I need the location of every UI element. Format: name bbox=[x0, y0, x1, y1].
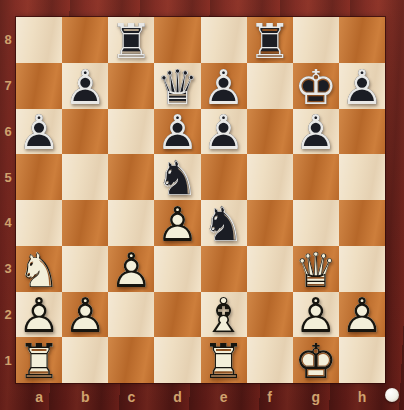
square-f4[interactable] bbox=[247, 200, 293, 246]
pawn-glyph-outline: ♙ bbox=[293, 110, 339, 156]
square-b3[interactable] bbox=[62, 246, 108, 292]
file-label-g: g bbox=[293, 383, 339, 410]
square-b2[interactable]: ♟♙ bbox=[62, 292, 108, 338]
square-h8[interactable] bbox=[339, 17, 385, 63]
knight-glyph-outline: ♘ bbox=[16, 247, 62, 293]
piece-white-rook-e1[interactable]: ♜♖ bbox=[201, 337, 247, 383]
square-g7[interactable]: ♚♔ bbox=[293, 63, 339, 109]
pawn-glyph-outline: ♙ bbox=[16, 293, 62, 339]
file-label-a: a bbox=[16, 383, 62, 410]
chess-board: ♜♖♜♖♟♙♛♕♟♙♚♔♟♙♟♙♟♙♟♙♟♙♞♘♟♙♞♘♞♘♟♙♛♕♟♙♟♙♝♗… bbox=[16, 17, 385, 383]
rank-label-5: 5 bbox=[0, 154, 16, 200]
piece-white-rook-a1[interactable]: ♜♖ bbox=[16, 337, 62, 383]
square-e2[interactable]: ♝♗ bbox=[201, 292, 247, 338]
piece-black-queen-d7[interactable]: ♛♕ bbox=[154, 63, 200, 109]
piece-black-pawn-g6[interactable]: ♟♙ bbox=[293, 109, 339, 155]
piece-black-rook-f8[interactable]: ♜♖ bbox=[247, 17, 293, 63]
white-to-move-indicator bbox=[385, 388, 399, 402]
rank-label-2: 2 bbox=[0, 292, 16, 338]
rank-label-4: 4 bbox=[0, 200, 16, 246]
queen-glyph-outline: ♕ bbox=[154, 64, 200, 110]
square-a4[interactable] bbox=[16, 200, 62, 246]
file-label-h: h bbox=[339, 383, 385, 410]
piece-black-knight-d5[interactable]: ♞♘ bbox=[154, 154, 200, 200]
square-d7[interactable]: ♛♕ bbox=[154, 63, 200, 109]
square-f1[interactable] bbox=[247, 337, 293, 383]
square-a2[interactable]: ♟♙ bbox=[16, 292, 62, 338]
rook-glyph-outline: ♖ bbox=[247, 18, 293, 64]
file-label-f: f bbox=[247, 383, 293, 410]
file-labels: a b c d e f g h bbox=[16, 383, 385, 410]
square-h7[interactable]: ♟♙ bbox=[339, 63, 385, 109]
queen-glyph-outline: ♕ bbox=[293, 247, 339, 293]
piece-white-pawn-g2[interactable]: ♟♙ bbox=[293, 292, 339, 338]
pawn-glyph-outline: ♙ bbox=[62, 293, 108, 339]
piece-white-pawn-b2[interactable]: ♟♙ bbox=[62, 292, 108, 338]
square-f5[interactable] bbox=[247, 154, 293, 200]
square-b5[interactable] bbox=[62, 154, 108, 200]
square-d3[interactable] bbox=[154, 246, 200, 292]
square-g5[interactable] bbox=[293, 154, 339, 200]
rank-label-7: 7 bbox=[0, 63, 16, 109]
rook-glyph-outline: ♖ bbox=[201, 338, 247, 384]
piece-black-pawn-e6[interactable]: ♟♙ bbox=[201, 109, 247, 155]
square-d8[interactable] bbox=[154, 17, 200, 63]
square-e6[interactable]: ♟♙ bbox=[201, 109, 247, 155]
rank-label-6: 6 bbox=[0, 109, 16, 155]
king-glyph-outline: ♔ bbox=[293, 64, 339, 110]
square-h3[interactable] bbox=[339, 246, 385, 292]
file-label-b: b bbox=[62, 383, 108, 410]
piece-white-queen-g3[interactable]: ♛♕ bbox=[293, 246, 339, 292]
piece-white-king-g1[interactable]: ♚♔ bbox=[293, 337, 339, 383]
rook-glyph-outline: ♖ bbox=[108, 18, 154, 64]
file-label-e: e bbox=[201, 383, 247, 410]
pawn-glyph-outline: ♙ bbox=[154, 110, 200, 156]
square-c3[interactable]: ♟♙ bbox=[108, 246, 154, 292]
pawn-glyph-outline: ♙ bbox=[201, 64, 247, 110]
square-c2[interactable] bbox=[108, 292, 154, 338]
square-e3[interactable] bbox=[201, 246, 247, 292]
square-f8[interactable]: ♜♖ bbox=[247, 17, 293, 63]
square-b1[interactable] bbox=[62, 337, 108, 383]
square-a1[interactable]: ♜♖ bbox=[16, 337, 62, 383]
piece-black-knight-e4[interactable]: ♞♘ bbox=[201, 200, 247, 246]
square-c6[interactable] bbox=[108, 109, 154, 155]
piece-white-bishop-e2[interactable]: ♝♗ bbox=[201, 292, 247, 338]
square-c5[interactable] bbox=[108, 154, 154, 200]
file-label-d: d bbox=[154, 383, 200, 410]
square-g4[interactable] bbox=[293, 200, 339, 246]
square-a7[interactable] bbox=[16, 63, 62, 109]
pawn-glyph-outline: ♙ bbox=[108, 247, 154, 293]
square-f7[interactable] bbox=[247, 63, 293, 109]
piece-white-pawn-d4[interactable]: ♟♙ bbox=[154, 200, 200, 246]
square-h1[interactable] bbox=[339, 337, 385, 383]
square-a5[interactable] bbox=[16, 154, 62, 200]
pawn-glyph-outline: ♙ bbox=[293, 293, 339, 339]
square-f2[interactable] bbox=[247, 292, 293, 338]
square-h4[interactable] bbox=[339, 200, 385, 246]
square-d6[interactable]: ♟♙ bbox=[154, 109, 200, 155]
king-glyph-outline: ♔ bbox=[293, 338, 339, 384]
pawn-glyph-outline: ♙ bbox=[154, 201, 200, 247]
pawn-glyph-outline: ♙ bbox=[62, 64, 108, 110]
piece-white-pawn-a2[interactable]: ♟♙ bbox=[16, 292, 62, 338]
rank-label-8: 8 bbox=[0, 17, 16, 63]
square-e4[interactable]: ♞♘ bbox=[201, 200, 247, 246]
square-e7[interactable]: ♟♙ bbox=[201, 63, 247, 109]
square-b8[interactable] bbox=[62, 17, 108, 63]
bishop-glyph-outline: ♗ bbox=[201, 293, 247, 339]
piece-white-pawn-h2[interactable]: ♟♙ bbox=[339, 292, 385, 338]
square-g2[interactable]: ♟♙ bbox=[293, 292, 339, 338]
square-b7[interactable]: ♟♙ bbox=[62, 63, 108, 109]
piece-black-pawn-h7[interactable]: ♟♙ bbox=[339, 63, 385, 109]
knight-glyph-outline: ♘ bbox=[201, 201, 247, 247]
piece-white-knight-a3[interactable]: ♞♘ bbox=[16, 246, 62, 292]
rook-glyph-outline: ♖ bbox=[16, 338, 62, 384]
square-c4[interactable] bbox=[108, 200, 154, 246]
piece-black-pawn-e7[interactable]: ♟♙ bbox=[201, 63, 247, 109]
square-h5[interactable] bbox=[339, 154, 385, 200]
square-g3[interactable]: ♛♕ bbox=[293, 246, 339, 292]
board-frame: 8 7 6 5 4 3 2 1 ♜♖♜♖♟♙♛♕♟♙♚♔♟♙♟♙♟♙♟♙♟♙♞♘… bbox=[0, 0, 404, 410]
square-d4[interactable]: ♟♙ bbox=[154, 200, 200, 246]
knight-glyph-outline: ♘ bbox=[154, 155, 200, 201]
rank-labels: 8 7 6 5 4 3 2 1 bbox=[0, 17, 16, 383]
square-a6[interactable]: ♟♙ bbox=[16, 109, 62, 155]
piece-black-rook-c8[interactable]: ♜♖ bbox=[108, 17, 154, 63]
square-b6[interactable] bbox=[62, 109, 108, 155]
square-h6[interactable] bbox=[339, 109, 385, 155]
square-a3[interactable]: ♞♘ bbox=[16, 246, 62, 292]
piece-black-king-g7[interactable]: ♚♔ bbox=[293, 63, 339, 109]
file-label-c: c bbox=[108, 383, 154, 410]
rank-label-1: 1 bbox=[0, 337, 16, 383]
piece-black-pawn-b7[interactable]: ♟♙ bbox=[62, 63, 108, 109]
square-e5[interactable] bbox=[201, 154, 247, 200]
square-g8[interactable] bbox=[293, 17, 339, 63]
square-c1[interactable] bbox=[108, 337, 154, 383]
square-b4[interactable] bbox=[62, 200, 108, 246]
square-g6[interactable]: ♟♙ bbox=[293, 109, 339, 155]
square-f6[interactable] bbox=[247, 109, 293, 155]
square-f3[interactable] bbox=[247, 246, 293, 292]
pawn-glyph-outline: ♙ bbox=[339, 64, 385, 110]
square-e8[interactable] bbox=[201, 17, 247, 63]
square-d2[interactable] bbox=[154, 292, 200, 338]
square-d5[interactable]: ♞♘ bbox=[154, 154, 200, 200]
square-d1[interactable] bbox=[154, 337, 200, 383]
square-g1[interactable]: ♚♔ bbox=[293, 337, 339, 383]
pawn-glyph-outline: ♙ bbox=[339, 293, 385, 339]
pawn-glyph-outline: ♙ bbox=[201, 110, 247, 156]
piece-black-pawn-a6[interactable]: ♟♙ bbox=[16, 109, 62, 155]
piece-black-pawn-d6[interactable]: ♟♙ bbox=[154, 109, 200, 155]
piece-white-pawn-c3[interactable]: ♟♙ bbox=[108, 246, 154, 292]
square-c7[interactable] bbox=[108, 63, 154, 109]
rank-label-3: 3 bbox=[0, 246, 16, 292]
square-e1[interactable]: ♜♖ bbox=[201, 337, 247, 383]
square-a8[interactable] bbox=[16, 17, 62, 63]
square-h2[interactable]: ♟♙ bbox=[339, 292, 385, 338]
pawn-glyph-outline: ♙ bbox=[16, 110, 62, 156]
square-c8[interactable]: ♜♖ bbox=[108, 17, 154, 63]
